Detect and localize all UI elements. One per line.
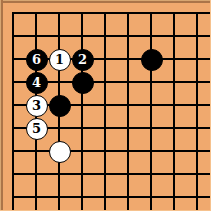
stone-black-move-2: 2 bbox=[72, 49, 94, 71]
stone-black-G17 bbox=[141, 49, 163, 71]
board-bevel-top bbox=[0, 0, 211, 3]
stone-white-C13 bbox=[49, 141, 71, 163]
stone-black-move-6: 6 bbox=[26, 49, 48, 71]
stone-black-move-4: 4 bbox=[26, 72, 48, 94]
board-bevel-left bbox=[0, 0, 3, 211]
stone-white-move-1: 1 bbox=[49, 49, 71, 71]
stone-white-move-5: 5 bbox=[26, 118, 48, 140]
stone-white-move-3: 3 bbox=[26, 95, 48, 117]
board-bevel-right bbox=[210, 0, 211, 211]
go-board-diagram: 612435 bbox=[0, 0, 211, 211]
stone-black-D16 bbox=[72, 72, 94, 94]
board-bevel-bottom bbox=[0, 210, 211, 211]
stones-layer: 612435 bbox=[2, 2, 209, 209]
stone-black-C15 bbox=[49, 95, 71, 117]
